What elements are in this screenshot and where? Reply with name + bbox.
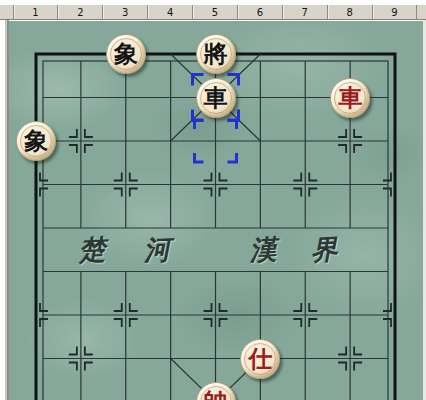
piece-black-elephant[interactable]: 象	[16, 121, 56, 161]
ruler-label-9: 9	[373, 5, 418, 19]
piece-black-general[interactable]: 將	[196, 34, 236, 74]
ruler-label-5: 5	[193, 5, 238, 19]
ruler-tail-stub	[417, 5, 426, 19]
piece-character: 車	[204, 86, 228, 110]
app-window: 123456789 楚河漢界 象將車車象仕帥	[0, 0, 426, 400]
piece-character: 將	[204, 42, 228, 66]
xiangqi-board[interactable]: 楚河漢界 象將車車象仕帥	[9, 21, 423, 400]
piece-red-chariot[interactable]: 車	[330, 78, 370, 118]
ruler-label-4: 4	[148, 5, 193, 19]
ruler-label-1: 1	[14, 5, 59, 19]
piece-character: 象	[114, 42, 138, 66]
ruler-label-7: 7	[283, 5, 328, 19]
ruler-label-3: 3	[103, 5, 148, 19]
piece-red-advisor[interactable]: 仕	[240, 339, 280, 379]
column-ruler: 123456789	[0, 4, 426, 20]
piece-character: 帥	[204, 390, 228, 400]
piece-black-elephant[interactable]: 象	[106, 34, 146, 74]
ruler-label-2: 2	[58, 5, 103, 19]
pieces-layer: 象將車車象仕帥	[14, 32, 418, 400]
ruler-label-6: 6	[238, 5, 283, 19]
ruler-label-8: 8	[328, 5, 373, 19]
piece-black-chariot[interactable]: 車	[196, 78, 236, 118]
piece-red-general[interactable]: 帥	[196, 382, 236, 400]
ruler-corner-stub	[0, 5, 14, 19]
piece-character: 車	[338, 86, 362, 110]
piece-character: 仕	[248, 347, 272, 371]
piece-character: 象	[24, 129, 48, 153]
